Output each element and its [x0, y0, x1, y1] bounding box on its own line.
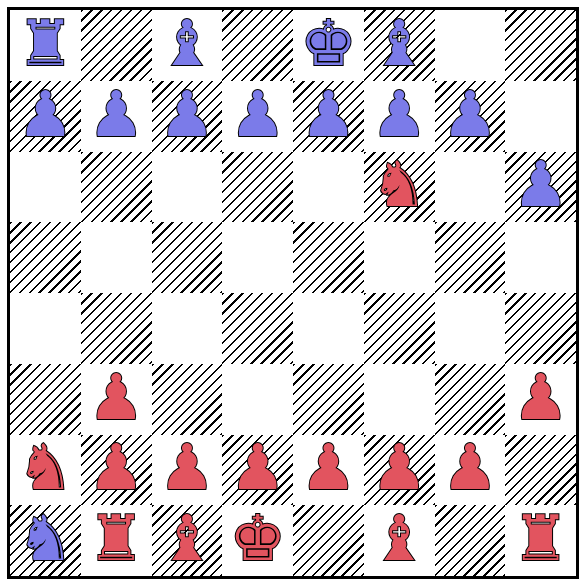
square-c1[interactable]: ♝ — [152, 505, 223, 576]
square-g2[interactable]: ♟ — [435, 435, 506, 506]
square-d4[interactable] — [222, 293, 293, 364]
square-b1[interactable]: ♜ — [81, 505, 152, 576]
square-g6[interactable] — [435, 152, 506, 223]
square-c4[interactable] — [152, 293, 223, 364]
square-h8[interactable] — [505, 10, 576, 81]
square-a3[interactable] — [10, 364, 81, 435]
square-e1[interactable] — [293, 505, 364, 576]
square-f7[interactable]: ♟ — [364, 81, 435, 152]
red-pawn-f2[interactable]: ♟ — [371, 436, 427, 499]
square-d5[interactable] — [222, 222, 293, 293]
square-d3[interactable] — [222, 364, 293, 435]
square-d6[interactable] — [222, 152, 293, 223]
square-b5[interactable] — [81, 222, 152, 293]
square-f6[interactable]: ♞ — [364, 152, 435, 223]
square-h4[interactable] — [505, 293, 576, 364]
square-c3[interactable] — [152, 364, 223, 435]
square-h5[interactable] — [505, 222, 576, 293]
square-c8[interactable]: ♝ — [152, 10, 223, 81]
square-g5[interactable] — [435, 222, 506, 293]
square-d2[interactable]: ♟ — [222, 435, 293, 506]
square-c7[interactable]: ♟ — [152, 81, 223, 152]
blue-pawn-b7[interactable]: ♟ — [88, 83, 144, 146]
square-a4[interactable] — [10, 293, 81, 364]
square-e4[interactable] — [293, 293, 364, 364]
square-c5[interactable] — [152, 222, 223, 293]
square-h6[interactable]: ♟ — [505, 152, 576, 223]
chess-board: ♜♝♚♝♟♟♟♟♟♟♟♞♟♟♟♞♟♟♟♟♟♟♞♜♝♚♝♜ — [10, 10, 576, 576]
blue-pawn-e7[interactable]: ♟ — [300, 83, 356, 146]
square-f1[interactable]: ♝ — [364, 505, 435, 576]
blue-pawn-a7[interactable]: ♟ — [17, 83, 73, 146]
blue-pawn-g7[interactable]: ♟ — [442, 83, 498, 146]
red-bishop-f1[interactable]: ♝ — [371, 507, 427, 570]
square-f4[interactable] — [364, 293, 435, 364]
red-knight-f6[interactable]: ♞ — [371, 153, 427, 216]
square-b3[interactable]: ♟ — [81, 364, 152, 435]
square-a5[interactable] — [10, 222, 81, 293]
square-e3[interactable] — [293, 364, 364, 435]
square-g3[interactable] — [435, 364, 506, 435]
blue-bishop-c8[interactable]: ♝ — [159, 12, 215, 75]
blue-pawn-f7[interactable]: ♟ — [371, 83, 427, 146]
square-d8[interactable] — [222, 10, 293, 81]
red-pawn-e2[interactable]: ♟ — [300, 436, 356, 499]
square-d7[interactable]: ♟ — [222, 81, 293, 152]
square-a6[interactable] — [10, 152, 81, 223]
board-frame: ♜♝♚♝♟♟♟♟♟♟♟♞♟♟♟♞♟♟♟♟♟♟♞♜♝♚♝♜ — [7, 7, 579, 579]
red-rook-b1[interactable]: ♜ — [88, 507, 144, 570]
blue-pawn-d7[interactable]: ♟ — [229, 83, 285, 146]
square-g1[interactable] — [435, 505, 506, 576]
blue-bishop-f8[interactable]: ♝ — [371, 12, 427, 75]
red-pawn-b2[interactable]: ♟ — [88, 436, 144, 499]
red-pawn-d2[interactable]: ♟ — [229, 436, 285, 499]
red-knight-a2[interactable]: ♞ — [17, 436, 73, 499]
blue-pawn-c7[interactable]: ♟ — [159, 83, 215, 146]
square-b7[interactable]: ♟ — [81, 81, 152, 152]
square-a2[interactable]: ♞ — [10, 435, 81, 506]
square-g4[interactable] — [435, 293, 506, 364]
red-pawn-c2[interactable]: ♟ — [159, 436, 215, 499]
square-e7[interactable]: ♟ — [293, 81, 364, 152]
square-h3[interactable]: ♟ — [505, 364, 576, 435]
square-h2[interactable] — [505, 435, 576, 506]
blue-pawn-h6[interactable]: ♟ — [512, 153, 568, 216]
square-e6[interactable] — [293, 152, 364, 223]
square-b6[interactable] — [81, 152, 152, 223]
red-pawn-g2[interactable]: ♟ — [442, 436, 498, 499]
square-a7[interactable]: ♟ — [10, 81, 81, 152]
square-e5[interactable] — [293, 222, 364, 293]
square-h1[interactable]: ♜ — [505, 505, 576, 576]
square-b8[interactable] — [81, 10, 152, 81]
red-bishop-c1[interactable]: ♝ — [159, 507, 215, 570]
square-b4[interactable] — [81, 293, 152, 364]
red-pawn-b3[interactable]: ♟ — [88, 366, 144, 429]
square-c6[interactable] — [152, 152, 223, 223]
blue-king-e8[interactable]: ♚ — [300, 12, 356, 75]
blue-rook-a8[interactable]: ♜ — [17, 12, 73, 75]
square-d1[interactable]: ♚ — [222, 505, 293, 576]
square-h7[interactable] — [505, 81, 576, 152]
red-pawn-h3[interactable]: ♟ — [512, 366, 568, 429]
square-f2[interactable]: ♟ — [364, 435, 435, 506]
red-rook-h1[interactable]: ♜ — [512, 507, 568, 570]
square-f3[interactable] — [364, 364, 435, 435]
red-king-d1[interactable]: ♚ — [229, 507, 285, 570]
square-g8[interactable] — [435, 10, 506, 81]
square-f5[interactable] — [364, 222, 435, 293]
square-a1[interactable]: ♞ — [10, 505, 81, 576]
square-b2[interactable]: ♟ — [81, 435, 152, 506]
square-c2[interactable]: ♟ — [152, 435, 223, 506]
square-e2[interactable]: ♟ — [293, 435, 364, 506]
square-g7[interactable]: ♟ — [435, 81, 506, 152]
square-f8[interactable]: ♝ — [364, 10, 435, 81]
square-a8[interactable]: ♜ — [10, 10, 81, 81]
square-e8[interactable]: ♚ — [293, 10, 364, 81]
blue-knight-a1[interactable]: ♞ — [17, 507, 73, 570]
